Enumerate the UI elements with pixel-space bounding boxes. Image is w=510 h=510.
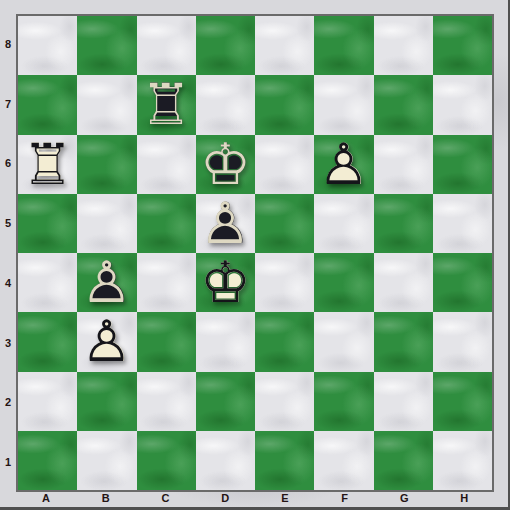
square-a2[interactable]: [18, 372, 77, 431]
square-f8[interactable]: [314, 16, 373, 75]
square-b8[interactable]: [77, 16, 136, 75]
square-e4[interactable]: [255, 253, 314, 312]
square-f7[interactable]: [314, 75, 373, 134]
file-label: E: [255, 490, 315, 507]
square-d1[interactable]: [196, 431, 255, 490]
square-e7[interactable]: [255, 75, 314, 134]
square-g6[interactable]: [374, 135, 433, 194]
square-b4[interactable]: ♟♙: [77, 253, 136, 312]
square-b3[interactable]: ♟♙: [77, 312, 136, 371]
square-g8[interactable]: [374, 16, 433, 75]
rank-label: 8: [0, 14, 16, 74]
square-d7[interactable]: [196, 75, 255, 134]
square-e3[interactable]: [255, 312, 314, 371]
square-a4[interactable]: [18, 253, 77, 312]
rank-labels: 87654321: [0, 14, 16, 492]
rank-label: 5: [0, 193, 16, 253]
rank-label: 1: [0, 432, 16, 492]
square-c4[interactable]: [137, 253, 196, 312]
file-label: F: [315, 490, 375, 507]
square-b6[interactable]: [77, 135, 136, 194]
square-h5[interactable]: [433, 194, 492, 253]
rank-label: 2: [0, 373, 16, 433]
file-label: C: [136, 490, 196, 507]
square-e8[interactable]: [255, 16, 314, 75]
square-a5[interactable]: [18, 194, 77, 253]
piece-black-pawn[interactable]: ♟♙: [196, 194, 255, 253]
black-rook-detail-lines: ♖: [141, 76, 192, 133]
square-g4[interactable]: [374, 253, 433, 312]
square-b5[interactable]: [77, 194, 136, 253]
square-h8[interactable]: [433, 16, 492, 75]
piece-white-pawn[interactable]: ♟♙: [77, 312, 136, 371]
square-c7[interactable]: ♜♖: [137, 75, 196, 134]
square-g3[interactable]: [374, 312, 433, 371]
square-h3[interactable]: [433, 312, 492, 371]
rank-label: 3: [0, 313, 16, 373]
square-d5[interactable]: ♟♙: [196, 194, 255, 253]
square-a7[interactable]: [18, 75, 77, 134]
square-b2[interactable]: [77, 372, 136, 431]
black-pawn-detail-lines: ♙: [200, 195, 251, 252]
square-h4[interactable]: [433, 253, 492, 312]
square-c1[interactable]: [137, 431, 196, 490]
piece-black-king[interactable]: ♚♔: [196, 135, 255, 194]
square-e1[interactable]: [255, 431, 314, 490]
rank-label: 6: [0, 134, 16, 194]
chessboard: 87654321 ABCDEFGH ♜♖♜♖♚♔♟♙♟♙♟♙♚♔♟♙: [0, 0, 510, 510]
square-f1[interactable]: [314, 431, 373, 490]
square-f3[interactable]: [314, 312, 373, 371]
file-labels: ABCDEFGH: [16, 490, 494, 507]
square-c3[interactable]: [137, 312, 196, 371]
white-rook-detail-lines: ♖: [22, 136, 73, 193]
board-squares: ♜♖♜♖♚♔♟♙♟♙♟♙♚♔♟♙: [16, 14, 494, 492]
square-e6[interactable]: [255, 135, 314, 194]
square-g2[interactable]: [374, 372, 433, 431]
rank-label: 7: [0, 74, 16, 134]
piece-white-pawn[interactable]: ♟♙: [314, 135, 373, 194]
square-d4[interactable]: ♚♔: [196, 253, 255, 312]
square-f4[interactable]: [314, 253, 373, 312]
square-h6[interactable]: [433, 135, 492, 194]
piece-white-king[interactable]: ♚♔: [196, 253, 255, 312]
square-g7[interactable]: [374, 75, 433, 134]
square-d2[interactable]: [196, 372, 255, 431]
file-label: D: [195, 490, 255, 507]
piece-white-rook[interactable]: ♜♖: [18, 135, 77, 194]
square-h2[interactable]: [433, 372, 492, 431]
square-f2[interactable]: [314, 372, 373, 431]
white-king-detail-lines: ♔: [200, 254, 251, 311]
black-pawn-detail-lines: ♙: [81, 254, 132, 311]
square-a6[interactable]: ♜♖: [18, 135, 77, 194]
square-d8[interactable]: [196, 16, 255, 75]
white-pawn-detail-lines: ♙: [81, 313, 132, 370]
square-e5[interactable]: [255, 194, 314, 253]
square-h7[interactable]: [433, 75, 492, 134]
file-label: A: [16, 490, 76, 507]
square-c8[interactable]: [137, 16, 196, 75]
piece-black-rook[interactable]: ♜♖: [137, 75, 196, 134]
white-pawn-detail-lines: ♙: [318, 136, 369, 193]
square-a1[interactable]: [18, 431, 77, 490]
square-e2[interactable]: [255, 372, 314, 431]
square-c5[interactable]: [137, 194, 196, 253]
square-g1[interactable]: [374, 431, 433, 490]
file-label: H: [434, 490, 494, 507]
square-f6[interactable]: ♟♙: [314, 135, 373, 194]
square-d3[interactable]: [196, 312, 255, 371]
piece-black-pawn[interactable]: ♟♙: [77, 253, 136, 312]
file-label: B: [76, 490, 136, 507]
square-a8[interactable]: [18, 16, 77, 75]
square-f5[interactable]: [314, 194, 373, 253]
square-b7[interactable]: [77, 75, 136, 134]
square-a3[interactable]: [18, 312, 77, 371]
square-c6[interactable]: [137, 135, 196, 194]
square-b1[interactable]: [77, 431, 136, 490]
square-c2[interactable]: [137, 372, 196, 431]
black-king-detail-lines: ♔: [200, 136, 251, 193]
square-h1[interactable]: [433, 431, 492, 490]
rank-label: 4: [0, 253, 16, 313]
square-g5[interactable]: [374, 194, 433, 253]
file-label: G: [375, 490, 435, 507]
square-d6[interactable]: ♚♔: [196, 135, 255, 194]
